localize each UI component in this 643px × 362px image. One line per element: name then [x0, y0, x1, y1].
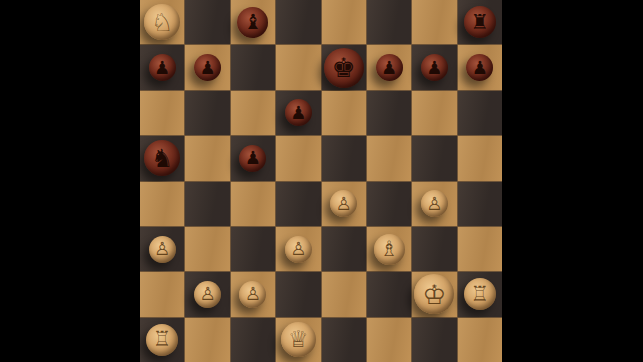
square-g3[interactable] — [412, 227, 456, 271]
square-h5[interactable] — [458, 136, 502, 180]
piece-black-rook[interactable]: ♜ — [464, 6, 496, 38]
square-f6[interactable] — [367, 91, 411, 135]
square-c2[interactable]: ♙ — [231, 272, 275, 316]
white-pawn-glyph: ♙ — [149, 236, 176, 263]
square-a1[interactable]: ♖ — [140, 318, 184, 362]
piece-black-pawn[interactable]: ♟ — [376, 54, 403, 81]
piece-black-pawn[interactable]: ♟ — [194, 54, 221, 81]
square-b8[interactable] — [185, 0, 229, 44]
square-f4[interactable] — [367, 182, 411, 226]
square-e6[interactable] — [322, 91, 366, 135]
square-g2[interactable]: ♔ — [412, 272, 456, 316]
square-g7[interactable]: ♟ — [412, 45, 456, 89]
piece-white-pawn[interactable]: ♙ — [149, 236, 176, 263]
app-window: ♘♝♜♟♟♚♟♟♟♟♞♟♙♙♙♙♗♙♙♔♖♖♕ — [0, 0, 643, 362]
piece-white-knight[interactable]: ♘ — [144, 4, 180, 40]
square-g8[interactable] — [412, 0, 456, 44]
square-h7[interactable]: ♟ — [458, 45, 502, 89]
square-c1[interactable] — [231, 318, 275, 362]
square-a8[interactable]: ♘ — [140, 0, 184, 44]
square-c5[interactable]: ♟ — [231, 136, 275, 180]
piece-black-pawn[interactable]: ♟ — [466, 54, 493, 81]
piece-white-king[interactable]: ♔ — [414, 274, 454, 314]
square-a4[interactable] — [140, 182, 184, 226]
square-b7[interactable]: ♟ — [185, 45, 229, 89]
square-h2[interactable]: ♖ — [458, 272, 502, 316]
square-g5[interactable] — [412, 136, 456, 180]
black-king-glyph: ♚ — [324, 48, 364, 88]
white-pawn-glyph: ♙ — [330, 190, 357, 217]
white-queen-glyph: ♕ — [281, 322, 316, 357]
piece-white-pawn[interactable]: ♙ — [194, 281, 221, 308]
piece-white-rook[interactable]: ♖ — [464, 278, 496, 310]
square-f1[interactable] — [367, 318, 411, 362]
white-king-glyph: ♔ — [414, 274, 454, 314]
square-f7[interactable]: ♟ — [367, 45, 411, 89]
square-c4[interactable] — [231, 182, 275, 226]
piece-white-pawn[interactable]: ♙ — [285, 236, 312, 263]
square-h4[interactable] — [458, 182, 502, 226]
black-pawn-glyph: ♟ — [194, 54, 221, 81]
piece-white-bishop[interactable]: ♗ — [374, 234, 405, 265]
black-pawn-glyph: ♟ — [239, 145, 266, 172]
square-e4[interactable]: ♙ — [322, 182, 366, 226]
black-rook-glyph: ♜ — [464, 6, 496, 38]
square-c7[interactable] — [231, 45, 275, 89]
square-h8[interactable]: ♜ — [458, 0, 502, 44]
square-d4[interactable] — [276, 182, 320, 226]
square-e7[interactable]: ♚ — [322, 45, 366, 89]
square-b2[interactable]: ♙ — [185, 272, 229, 316]
square-a5[interactable]: ♞ — [140, 136, 184, 180]
square-f3[interactable]: ♗ — [367, 227, 411, 271]
white-bishop-glyph: ♗ — [374, 234, 405, 265]
piece-black-knight[interactable]: ♞ — [144, 140, 180, 176]
square-e5[interactable] — [322, 136, 366, 180]
piece-black-pawn[interactable]: ♟ — [149, 54, 176, 81]
square-b1[interactable] — [185, 318, 229, 362]
black-pawn-glyph: ♟ — [285, 99, 312, 126]
square-h3[interactable] — [458, 227, 502, 271]
chess-board[interactable]: ♘♝♜♟♟♚♟♟♟♟♞♟♙♙♙♙♗♙♙♔♖♖♕ — [140, 0, 502, 362]
square-f8[interactable] — [367, 0, 411, 44]
piece-black-pawn[interactable]: ♟ — [421, 54, 448, 81]
square-d7[interactable] — [276, 45, 320, 89]
square-b3[interactable] — [185, 227, 229, 271]
piece-white-rook[interactable]: ♖ — [146, 324, 178, 356]
square-d8[interactable] — [276, 0, 320, 44]
square-c8[interactable]: ♝ — [231, 0, 275, 44]
white-pawn-glyph: ♙ — [421, 190, 448, 217]
square-h1[interactable] — [458, 318, 502, 362]
square-f5[interactable] — [367, 136, 411, 180]
piece-white-queen[interactable]: ♕ — [281, 322, 316, 357]
square-h6[interactable] — [458, 91, 502, 135]
black-pawn-glyph: ♟ — [466, 54, 493, 81]
piece-white-pawn[interactable]: ♙ — [330, 190, 357, 217]
square-d5[interactable] — [276, 136, 320, 180]
piece-black-king[interactable]: ♚ — [324, 48, 364, 88]
black-pawn-glyph: ♟ — [376, 54, 403, 81]
square-e2[interactable] — [322, 272, 366, 316]
square-d1[interactable]: ♕ — [276, 318, 320, 362]
black-knight-glyph: ♞ — [144, 140, 180, 176]
square-e8[interactable] — [322, 0, 366, 44]
square-a3[interactable]: ♙ — [140, 227, 184, 271]
square-a2[interactable] — [140, 272, 184, 316]
square-e1[interactable] — [322, 318, 366, 362]
piece-white-pawn[interactable]: ♙ — [421, 190, 448, 217]
square-a7[interactable]: ♟ — [140, 45, 184, 89]
square-d2[interactable] — [276, 272, 320, 316]
piece-black-pawn[interactable]: ♟ — [239, 145, 266, 172]
piece-white-pawn[interactable]: ♙ — [239, 281, 266, 308]
white-pawn-glyph: ♙ — [239, 281, 266, 308]
square-g4[interactable]: ♙ — [412, 182, 456, 226]
square-e3[interactable] — [322, 227, 366, 271]
square-d6[interactable]: ♟ — [276, 91, 320, 135]
square-c6[interactable] — [231, 91, 275, 135]
white-rook-glyph: ♖ — [464, 278, 496, 310]
black-pawn-glyph: ♟ — [421, 54, 448, 81]
white-pawn-glyph: ♙ — [285, 236, 312, 263]
square-g6[interactable] — [412, 91, 456, 135]
square-b5[interactable] — [185, 136, 229, 180]
square-a6[interactable] — [140, 91, 184, 135]
square-b4[interactable] — [185, 182, 229, 226]
square-c3[interactable] — [231, 227, 275, 271]
square-b6[interactable] — [185, 91, 229, 135]
white-pawn-glyph: ♙ — [194, 281, 221, 308]
square-g1[interactable] — [412, 318, 456, 362]
piece-black-bishop[interactable]: ♝ — [237, 7, 268, 38]
white-rook-glyph: ♖ — [146, 324, 178, 356]
black-pawn-glyph: ♟ — [149, 54, 176, 81]
square-d3[interactable]: ♙ — [276, 227, 320, 271]
white-knight-glyph: ♘ — [144, 4, 180, 40]
square-f2[interactable] — [367, 272, 411, 316]
piece-black-pawn[interactable]: ♟ — [285, 99, 312, 126]
black-bishop-glyph: ♝ — [237, 7, 268, 38]
